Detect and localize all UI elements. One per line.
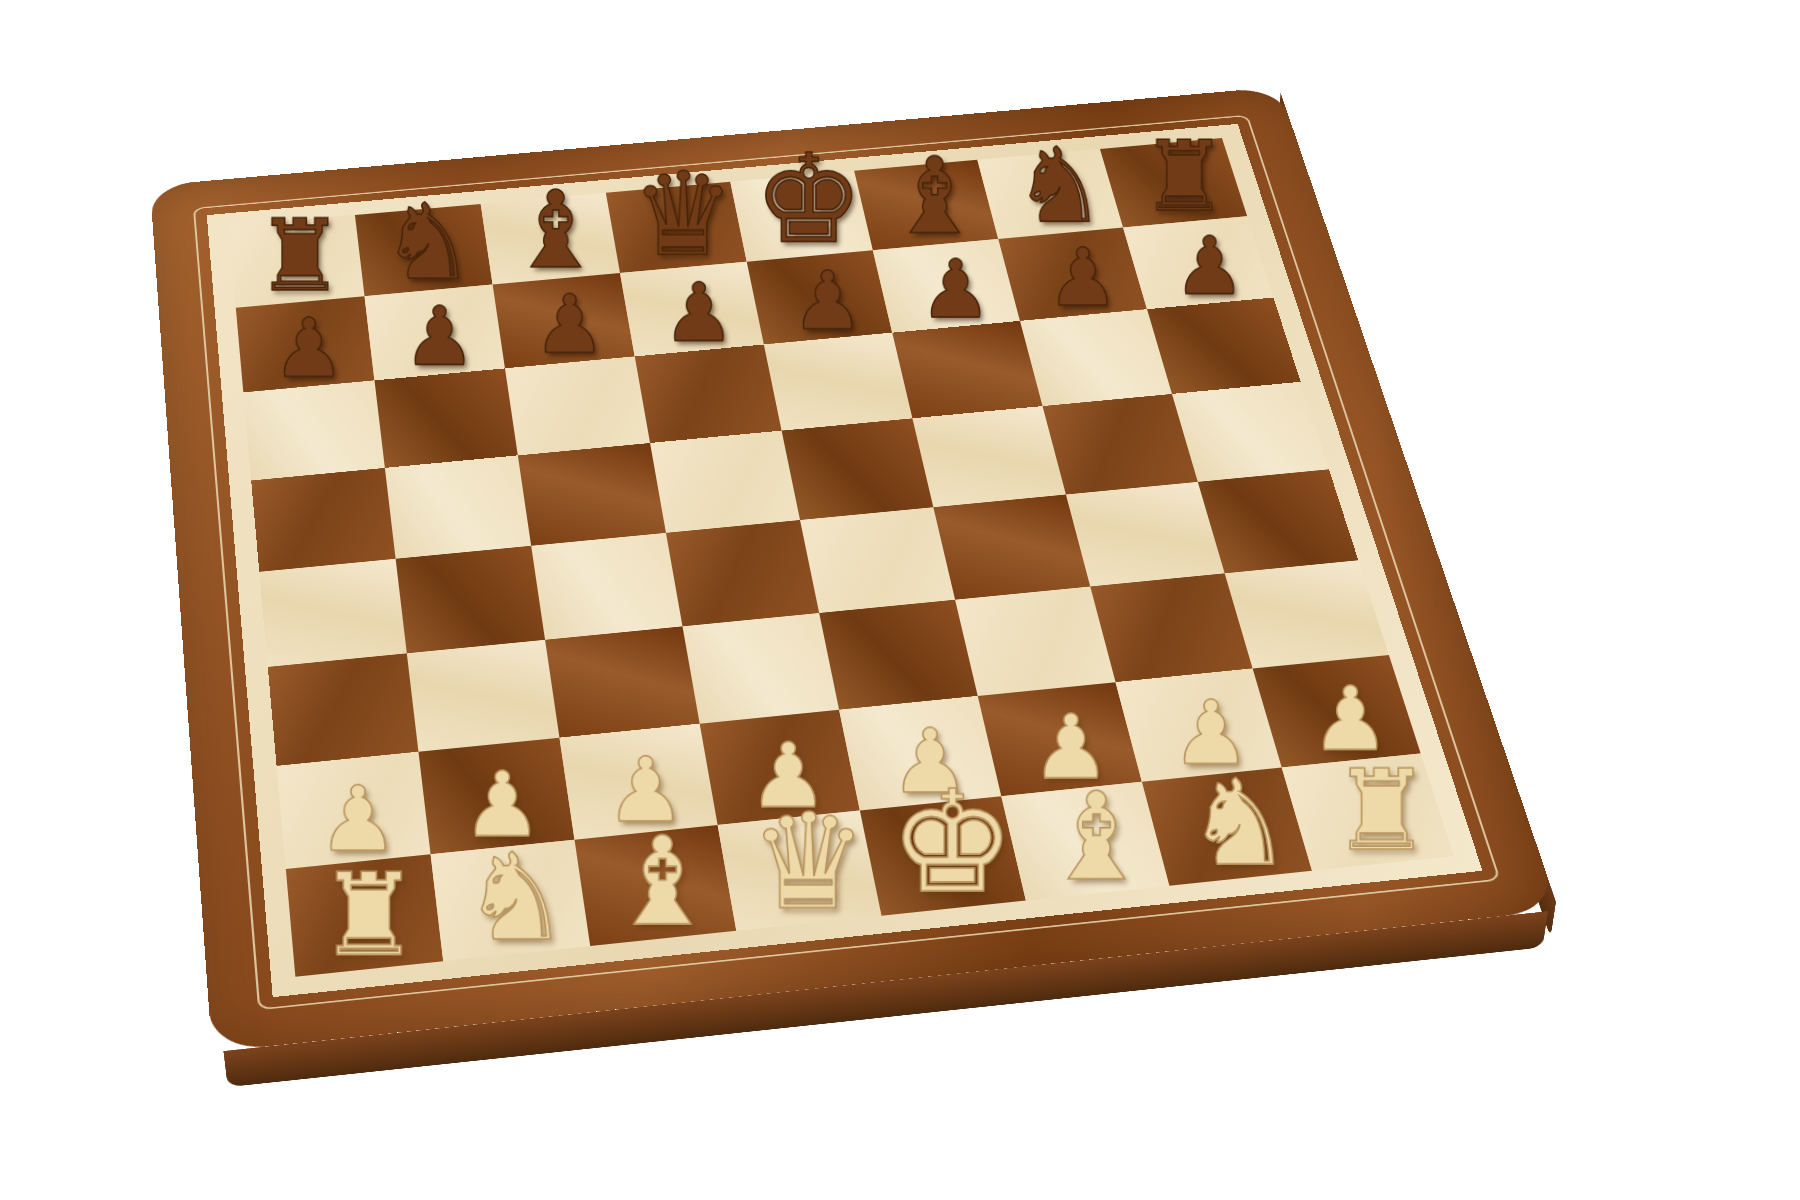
square-g5[interactable] — [1043, 394, 1198, 495]
black-pawn[interactable]: ♟ — [791, 264, 863, 338]
square-a6[interactable] — [243, 380, 385, 480]
white-rook[interactable]: ♜ — [318, 864, 420, 969]
square-a5[interactable] — [251, 468, 395, 572]
black-pawn[interactable]: ♟ — [272, 311, 345, 386]
square-b8[interactable]: ♞ — [355, 204, 493, 296]
square-g6[interactable] — [1020, 309, 1172, 406]
square-b1[interactable]: ♞ — [431, 840, 591, 962]
white-queen[interactable]: ♛ — [749, 801, 868, 923]
black-pawn[interactable]: ♟ — [919, 253, 991, 327]
black-queen[interactable]: ♛ — [631, 162, 734, 268]
square-c6[interactable] — [505, 356, 650, 455]
board-grid: ♜♞♝♛♚♝♞♜♟♟♟♟♟♟♟♟♟♟♟♟♟♟♟♟♜♞♝♛♚♝♞♜ — [229, 138, 1454, 977]
square-c1[interactable]: ♝ — [575, 825, 737, 946]
square-b3[interactable] — [407, 640, 560, 752]
black-rook[interactable]: ♜ — [1141, 133, 1228, 222]
square-g7[interactable]: ♟ — [998, 228, 1147, 321]
photo-stage: ♜♞♝♛♚♝♞♜♟♟♟♟♟♟♟♟♟♟♟♟♟♟♟♟♜♞♝♛♚♝♞♜ — [0, 0, 1800, 1200]
white-king[interactable]: ♚ — [890, 779, 1016, 908]
square-h4[interactable] — [1198, 469, 1359, 573]
square-f6[interactable] — [892, 321, 1042, 418]
square-a3[interactable] — [268, 653, 419, 766]
square-e4[interactable] — [800, 507, 955, 613]
white-knight[interactable]: ♞ — [462, 843, 570, 953]
square-d6[interactable] — [635, 345, 782, 443]
white-knight[interactable]: ♞ — [1186, 769, 1292, 878]
black-rook[interactable]: ♜ — [255, 211, 344, 302]
square-f1[interactable]: ♝ — [1001, 782, 1169, 901]
square-h6[interactable] — [1147, 298, 1301, 394]
square-d7[interactable]: ♟ — [620, 262, 764, 357]
white-bishop[interactable]: ♝ — [608, 826, 717, 938]
square-h7[interactable]: ♟ — [1123, 216, 1273, 309]
black-knight[interactable]: ♞ — [381, 194, 475, 290]
square-c4[interactable] — [531, 533, 682, 640]
square-g8[interactable]: ♞ — [977, 149, 1123, 239]
square-d5[interactable] — [650, 431, 800, 533]
square-c8[interactable]: ♝ — [481, 193, 620, 285]
square-b6[interactable] — [374, 368, 517, 467]
square-f4[interactable] — [933, 495, 1090, 600]
square-f8[interactable]: ♝ — [854, 160, 998, 250]
square-b5[interactable] — [385, 455, 531, 558]
square-h8[interactable]: ♜ — [1100, 138, 1247, 227]
board-frame: ♜♞♝♛♚♝♞♜♟♟♟♟♟♟♟♟♟♟♟♟♟♟♟♟♜♞♝♛♚♝♞♜ — [150, 87, 1559, 1052]
square-e3[interactable] — [819, 600, 978, 710]
black-knight[interactable]: ♞ — [1014, 139, 1106, 234]
square-e5[interactable] — [782, 418, 934, 520]
square-g4[interactable] — [1066, 482, 1225, 587]
square-a1[interactable]: ♜ — [286, 854, 443, 976]
chessboard: ♜♞♝♛♚♝♞♜♟♟♟♟♟♟♟♟♟♟♟♟♟♟♟♟♜♞♝♛♚♝♞♜ — [150, 87, 1559, 1052]
black-pawn[interactable]: ♟ — [663, 276, 736, 350]
square-a4[interactable] — [259, 559, 406, 667]
square-d4[interactable] — [666, 520, 819, 626]
square-h1[interactable]: ♜ — [1282, 753, 1454, 870]
square-f3[interactable] — [955, 586, 1115, 695]
square-f5[interactable] — [912, 406, 1066, 507]
square-d3[interactable] — [682, 613, 839, 724]
square-a8[interactable]: ♜ — [229, 215, 365, 308]
black-bishop[interactable]: ♝ — [508, 181, 603, 279]
square-d8[interactable]: ♛ — [606, 182, 747, 273]
white-bishop[interactable]: ♝ — [1042, 782, 1150, 893]
square-b4[interactable] — [396, 546, 545, 654]
square-e7[interactable]: ♟ — [747, 250, 892, 344]
square-e6[interactable] — [764, 333, 913, 431]
black-king[interactable]: ♚ — [754, 144, 864, 257]
square-e8[interactable]: ♚ — [730, 171, 873, 262]
square-c7[interactable]: ♟ — [493, 273, 635, 368]
square-a7[interactable]: ♟ — [236, 296, 375, 392]
square-e1[interactable]: ♚ — [860, 796, 1026, 915]
black-pawn[interactable]: ♟ — [533, 288, 606, 363]
white-rook[interactable]: ♜ — [1332, 760, 1432, 863]
black-bishop[interactable]: ♝ — [888, 148, 982, 245]
square-g1[interactable]: ♞ — [1142, 768, 1312, 886]
square-c3[interactable] — [545, 626, 700, 737]
square-h3[interactable] — [1225, 560, 1389, 668]
black-pawn[interactable]: ♟ — [403, 299, 476, 374]
square-g3[interactable] — [1090, 573, 1252, 682]
black-pawn[interactable]: ♟ — [1173, 230, 1245, 304]
black-pawn[interactable]: ♟ — [1047, 241, 1119, 315]
square-b7[interactable]: ♟ — [365, 285, 505, 381]
square-f7[interactable]: ♟ — [873, 239, 1020, 333]
square-d1[interactable]: ♛ — [718, 811, 882, 931]
